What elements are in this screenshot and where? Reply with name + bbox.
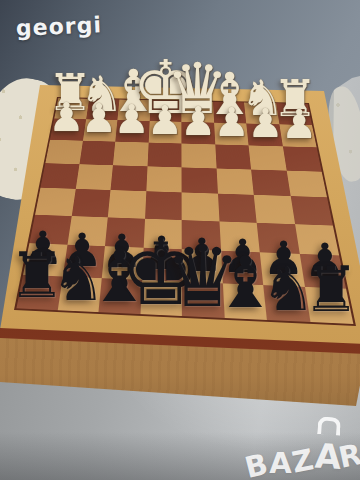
square-d7 [182,249,223,283]
square-d2 [181,122,214,145]
square-h8 [16,274,62,310]
square-f3 [113,142,148,166]
shopping-bag-icon [317,416,341,436]
square-c3 [215,144,251,169]
square-e3 [147,143,181,168]
square-f5 [108,190,146,218]
square-a8 [304,286,353,324]
square-d8 [182,281,224,318]
square-b4 [251,169,290,196]
square-h2 [50,118,86,140]
square-h5 [35,188,75,216]
square-g4 [75,164,113,190]
square-c1 [213,102,247,123]
square-d4 [182,167,218,194]
square-f4 [110,165,147,191]
seller-username-watermark: georgi [15,12,102,41]
square-g8 [57,276,102,312]
square-b3 [249,145,287,170]
square-g5 [71,189,110,217]
square-c4 [216,168,254,195]
square-a2 [279,124,317,147]
square-g1 [86,99,120,120]
square-b2 [246,123,282,146]
square-c5 [218,194,257,223]
square-g3 [79,141,115,165]
square-e6 [143,218,182,249]
square-b5 [254,195,295,224]
square-a4 [286,170,327,197]
square-d1 [181,101,213,122]
listing-photo: ♜♞♝♚♛♝♞♜♟♟♟♟♟♟♟♟♟♟♟♟♟♟♟♟♜♞♝♚♛♝♞♜ georgi … [0,0,360,480]
square-h7 [23,243,67,276]
square-h1 [54,98,88,119]
square-c7 [221,251,264,285]
square-e5 [145,191,182,219]
square-f6 [105,217,145,248]
square-a5 [290,196,333,225]
square-f2 [115,120,149,143]
square-b7 [260,252,305,286]
square-a1 [276,103,312,125]
square-e8 [140,279,182,316]
square-a6 [295,224,340,256]
square-d6 [182,220,221,251]
bazar-logo-watermark: BAZAR [242,418,360,480]
square-g7 [62,245,105,278]
square-d5 [182,192,219,221]
square-e4 [146,166,182,192]
square-a3 [282,146,321,171]
chess-board [14,97,356,326]
square-g6 [67,216,108,246]
bazar-logo-letter: Z [290,445,316,477]
square-b8 [263,285,310,322]
square-h3 [45,140,82,164]
square-f7 [102,246,143,279]
square-d3 [181,144,216,169]
square-c6 [219,221,260,252]
square-e1 [149,100,181,121]
square-b6 [257,222,300,253]
square-b1 [244,102,279,124]
square-h6 [29,214,71,244]
square-f1 [117,99,150,120]
square-c8 [222,283,267,320]
square-h4 [40,163,79,189]
square-e7 [142,248,182,282]
square-c2 [214,122,249,145]
square-a7 [299,254,346,288]
bazar-logo-letter: B [242,450,270,480]
bazar-logo-letter: A [269,449,291,478]
square-f8 [98,278,141,314]
square-e2 [148,121,181,144]
square-g2 [83,119,118,142]
